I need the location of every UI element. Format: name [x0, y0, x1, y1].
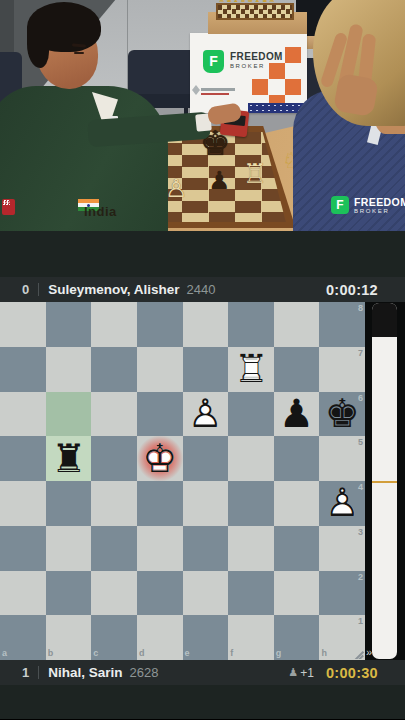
rank-label-1: 1 — [358, 617, 363, 626]
physical-piece-white-pawn: ♙ — [165, 176, 187, 201]
player-name-bottom: Nihal, Sarin — [48, 665, 122, 680]
square-a6[interactable] — [0, 392, 46, 437]
chess-board[interactable]: 8♜♖7♟♙♟6♚♜♚♔54♟♙32abcdefg1h — [0, 302, 365, 660]
orange-pattern — [252, 79, 268, 95]
divider — [38, 283, 39, 296]
square-f8[interactable] — [228, 302, 274, 347]
square-f6[interactable] — [228, 392, 274, 437]
file-label-g: g — [276, 649, 282, 658]
square-h6[interactable]: 6♚ — [319, 392, 365, 437]
material-value: +1 — [300, 666, 314, 680]
square-h2[interactable]: 2 — [319, 571, 365, 616]
country-caption: India — [84, 204, 117, 219]
square-g7[interactable] — [274, 347, 320, 392]
square-c8[interactable] — [91, 302, 137, 347]
evalbar-black — [372, 303, 397, 337]
square-e3[interactable] — [183, 526, 229, 571]
square-b3[interactable] — [46, 526, 92, 571]
spacer — [0, 231, 405, 277]
material-advantage: ♟ +1 — [288, 666, 314, 680]
rank-label-2: 2 — [358, 573, 363, 582]
rank-label-4: 4 — [358, 483, 363, 492]
rank-label-5: 5 — [358, 438, 363, 447]
match-score-top: 0 — [22, 282, 29, 297]
piece-white-pawn[interactable]: ♟♙ — [319, 481, 365, 526]
square-f7[interactable]: ♜♖ — [228, 347, 274, 392]
square-c6[interactable] — [91, 392, 137, 437]
square-d2[interactable] — [137, 571, 183, 616]
pawn-icon: ♟ — [288, 666, 298, 679]
square-g4[interactable] — [274, 481, 320, 526]
square-a8[interactable] — [0, 302, 46, 347]
sponsor-logo-icon: F — [331, 196, 349, 214]
square-b5[interactable]: ♜ — [46, 436, 92, 481]
square-d3[interactable] — [137, 526, 183, 571]
board-resize-handle[interactable] — [354, 649, 364, 659]
broadcast-screen: ♜♞♝♛♚♝♞♜ F FREEDOM BROKER ♚ ♟ ♙ ♖ ♘ ♞ ♝ … — [0, 0, 405, 720]
square-g6[interactable]: ♟ — [274, 392, 320, 437]
clock-top: 0:00:12 — [326, 282, 378, 298]
clock-bottom: 0:00:30 — [326, 665, 378, 681]
square-a7[interactable] — [0, 347, 46, 392]
square-e2[interactable] — [183, 571, 229, 616]
piece-white-rook[interactable]: ♜♖ — [228, 347, 274, 392]
rank-label-7: 7 — [358, 349, 363, 358]
square-h8[interactable]: 8 — [319, 302, 365, 347]
square-d7[interactable] — [137, 347, 183, 392]
file-label-h: h — [321, 649, 327, 658]
player-bar-bottom: 1 Nihal, Sarin 2628 ♟ +1 0:00:30 — [0, 660, 405, 685]
live-video-frame: ♜♞♝♛♚♝♞♜ F FREEDOM BROKER ♚ ♟ ♙ ♖ ♘ ♞ ♝ … — [0, 0, 405, 231]
square-a2[interactable] — [0, 571, 46, 616]
square-f5[interactable] — [228, 436, 274, 481]
square-g3[interactable] — [274, 526, 320, 571]
sponsor-logo-name: FREEDOM — [354, 196, 405, 208]
square-d1[interactable]: d — [137, 615, 183, 660]
orange-pattern — [285, 47, 301, 63]
player-right-hand — [333, 73, 379, 117]
square-h7[interactable]: 7 — [319, 347, 365, 392]
square-g8[interactable] — [274, 302, 320, 347]
board-section: 8♜♖7♟♙♟6♚♜♚♔54♟♙32abcdefg1h » — [0, 302, 405, 660]
square-g2[interactable] — [274, 571, 320, 616]
physical-piece-black-pawn: ♟ — [208, 168, 230, 193]
square-h5[interactable]: 5 — [319, 436, 365, 481]
piece-black-pawn[interactable]: ♟ — [274, 392, 320, 437]
sponsor-name: FREEDOM — [230, 51, 283, 62]
file-label-c: c — [93, 649, 98, 658]
square-d5[interactable]: ♚♔ — [137, 436, 183, 481]
square-e7[interactable] — [183, 347, 229, 392]
square-a1[interactable]: a — [0, 615, 46, 660]
square-e6[interactable]: ♟♙ — [183, 392, 229, 437]
square-a5[interactable] — [0, 436, 46, 481]
player-left-eye — [74, 52, 84, 54]
square-g5[interactable] — [274, 436, 320, 481]
file-label-f: f — [230, 649, 233, 658]
spacer — [0, 685, 405, 719]
player-bar-top: 0 Suleymenov, Alisher 2440 0:00:12 — [0, 277, 405, 302]
square-a3[interactable] — [0, 526, 46, 571]
square-e5[interactable] — [183, 436, 229, 481]
evalbar-midline — [372, 481, 397, 483]
square-e8[interactable] — [183, 302, 229, 347]
file-label-e: e — [185, 649, 190, 658]
square-f1[interactable]: f — [228, 615, 274, 660]
rank-label-6: 6 — [358, 394, 363, 403]
square-b7[interactable] — [46, 347, 92, 392]
piece-white-pawn[interactable]: ♟♙ — [183, 392, 229, 437]
square-e1[interactable]: e — [183, 615, 229, 660]
square-d8[interactable] — [137, 302, 183, 347]
fide-text-line — [201, 88, 235, 91]
piece-white-king[interactable]: ♚♔ — [137, 436, 183, 481]
orange-pattern — [285, 79, 301, 95]
square-h1[interactable]: 1h — [319, 615, 365, 660]
decorative-chessboard — [216, 3, 294, 20]
sponsor-backdrop: ♜♞♝♛♚♝♞♜ F FREEDOM BROKER — [190, 33, 307, 113]
square-b2[interactable] — [46, 571, 92, 616]
chair — [128, 50, 196, 94]
sponsor-subname: BROKER — [230, 63, 265, 69]
sponsor-shield-icon: F — [203, 50, 224, 73]
square-h3[interactable]: 3 — [319, 526, 365, 571]
square-c7[interactable] — [91, 347, 137, 392]
fide-emblem-icon — [192, 85, 200, 95]
square-d4[interactable] — [137, 481, 183, 526]
square-b4[interactable] — [46, 481, 92, 526]
player-rating-top: 2440 — [187, 282, 216, 297]
fide-text-underline — [201, 93, 229, 95]
square-c1[interactable]: c — [91, 615, 137, 660]
file-label-b: b — [48, 649, 54, 658]
rank-label-8: 8 — [358, 304, 363, 313]
square-c2[interactable] — [91, 571, 137, 616]
square-a4[interactable] — [0, 481, 46, 526]
file-label-a: a — [2, 649, 7, 658]
sponsor-logo-subname: BROKER — [354, 208, 390, 214]
square-f2[interactable] — [228, 571, 274, 616]
square-f4[interactable] — [228, 481, 274, 526]
piece-black-rook[interactable]: ♜ — [46, 436, 92, 481]
orange-pattern — [269, 63, 285, 79]
square-c5[interactable] — [91, 436, 137, 481]
evalbar-collapse-icon[interactable]: » — [366, 646, 372, 658]
square-h4[interactable]: 4♟♙ — [319, 481, 365, 526]
player-rating-bottom: 2628 — [130, 665, 159, 680]
piece-black-king[interactable]: ♚ — [319, 392, 365, 437]
square-g1[interactable]: g — [274, 615, 320, 660]
evaluation-bar — [372, 303, 397, 659]
square-c4[interactable] — [91, 481, 137, 526]
square-c3[interactable] — [91, 526, 137, 571]
square-d6[interactable] — [137, 392, 183, 437]
physical-piece-white-rook: ♖ — [243, 160, 267, 187]
federation-badge-icon — [2, 199, 15, 215]
square-b1[interactable]: b — [46, 615, 92, 660]
square-b8[interactable] — [46, 302, 92, 347]
divider — [38, 666, 39, 679]
decorative-gold-pieces: ♜♞♝♛♚♝♞♜ — [218, 0, 292, 5]
file-label-d: d — [139, 649, 145, 658]
rank-label-3: 3 — [358, 528, 363, 537]
square-b6[interactable] — [46, 392, 92, 437]
player-name-top: Suleymenov, Alisher — [48, 282, 179, 297]
square-e4[interactable] — [183, 481, 229, 526]
square-f3[interactable] — [228, 526, 274, 571]
match-score-bottom: 1 — [22, 665, 29, 680]
